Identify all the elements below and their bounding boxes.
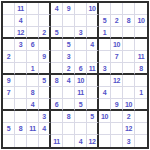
cell-r9c7[interactable]: 5 — [75, 99, 87, 111]
cell-r8c1[interactable]: 7 — [3, 87, 15, 99]
cell-r10c5[interactable] — [51, 111, 63, 123]
cell-r1c5[interactable]: 4 — [51, 3, 63, 15]
cell-r11c9[interactable] — [99, 123, 111, 135]
cell-r3c9[interactable]: 1 — [99, 27, 111, 39]
cell-r10c2[interactable] — [15, 111, 27, 123]
cell-r5c6[interactable]: 3 — [63, 51, 75, 63]
cell-r9c3[interactable]: 4 — [27, 99, 39, 111]
cell-r8c10[interactable] — [111, 87, 123, 99]
cell-r4c12[interactable] — [135, 39, 147, 51]
cell-r12c5[interactable]: 11 — [51, 135, 63, 147]
cell-r5c4[interactable]: 9 — [39, 51, 51, 63]
cell-r4c1[interactable] — [3, 39, 15, 51]
cell-r12c12[interactable] — [135, 135, 147, 147]
cell-r4c9[interactable] — [99, 39, 111, 51]
cell-r9c9[interactable] — [99, 99, 111, 111]
sudoku-board: 1149104528101225313654102937111261138958… — [1, 1, 149, 149]
cell-r12c2[interactable] — [15, 135, 27, 147]
cell-r3c8[interactable] — [87, 27, 99, 39]
cell-r9c8[interactable] — [87, 99, 99, 111]
cell-r9c6[interactable] — [63, 99, 75, 111]
cell-r7c10[interactable]: 12 — [111, 75, 123, 87]
cell-r5c12[interactable]: 11 — [135, 51, 147, 63]
cell-r1c11[interactable] — [123, 3, 135, 15]
cell-r6c11[interactable] — [123, 63, 135, 75]
cell-r1c4[interactable] — [39, 3, 51, 15]
cell-r12c10[interactable] — [111, 135, 123, 147]
cell-r2c2[interactable]: 4 — [15, 15, 27, 27]
cell-r4c8[interactable]: 4 — [87, 39, 99, 51]
cell-r7c5[interactable]: 8 — [51, 75, 63, 87]
cell-r1c10[interactable] — [111, 3, 123, 15]
cell-r4c2[interactable]: 3 — [15, 39, 27, 51]
cell-r12c8[interactable]: 12 — [87, 135, 99, 147]
cell-r10c12[interactable] — [135, 111, 147, 123]
cell-r4c7[interactable] — [75, 39, 87, 51]
cell-r12c1[interactable] — [3, 135, 15, 147]
cell-r11c2[interactable]: 8 — [15, 123, 27, 135]
cell-r5c8[interactable] — [87, 51, 99, 63]
cell-r6c3[interactable]: 1 — [27, 63, 39, 75]
cell-r6c7[interactable]: 6 — [75, 63, 87, 75]
cell-r7c1[interactable]: 9 — [3, 75, 15, 87]
cell-r10c11[interactable]: 2 — [123, 111, 135, 123]
cell-r11c7[interactable] — [75, 123, 87, 135]
cell-r7c3[interactable] — [27, 75, 39, 87]
cell-r8c11[interactable] — [123, 87, 135, 99]
cell-r6c10[interactable] — [111, 63, 123, 75]
cell-r1c6[interactable]: 9 — [63, 3, 75, 15]
cell-r2c7[interactable] — [75, 15, 87, 27]
cell-r8c3[interactable]: 8 — [27, 87, 39, 99]
cell-r1c9[interactable] — [99, 3, 111, 15]
cell-r12c7[interactable]: 4 — [75, 135, 87, 147]
cell-r3c12[interactable] — [135, 27, 147, 39]
cell-r1c2[interactable]: 11 — [15, 3, 27, 15]
cell-r11c3[interactable]: 11 — [27, 123, 39, 135]
cell-r5c3[interactable] — [27, 51, 39, 63]
cell-r2c5[interactable] — [51, 15, 63, 27]
cell-r3c2[interactable]: 12 — [15, 27, 27, 39]
cell-r10c9[interactable]: 10 — [99, 111, 111, 123]
cell-r3c11[interactable] — [123, 27, 135, 39]
cell-r2c8[interactable] — [87, 15, 99, 27]
cell-r5c1[interactable]: 2 — [3, 51, 15, 63]
cell-r1c3[interactable] — [27, 3, 39, 15]
cell-r4c4[interactable] — [39, 39, 51, 51]
cell-r2c9[interactable]: 5 — [99, 15, 111, 27]
cell-r3c3[interactable] — [27, 27, 39, 39]
cell-r2c12[interactable]: 10 — [135, 15, 147, 27]
cell-r3c5[interactable]: 5 — [51, 27, 63, 39]
cell-r7c12[interactable] — [135, 75, 147, 87]
cell-r4c5[interactable] — [51, 39, 63, 51]
cell-r5c11[interactable] — [123, 51, 135, 63]
cell-r7c11[interactable] — [123, 75, 135, 87]
cell-r9c11[interactable]: 10 — [123, 99, 135, 111]
cell-r8c6[interactable] — [63, 87, 75, 99]
cell-r10c3[interactable] — [27, 111, 39, 123]
cell-r9c12[interactable] — [135, 99, 147, 111]
cell-r8c8[interactable] — [87, 87, 99, 99]
cell-r9c10[interactable]: 9 — [111, 99, 123, 111]
cell-r6c4[interactable] — [39, 63, 51, 75]
cell-r6c5[interactable] — [51, 63, 63, 75]
cell-r12c4[interactable] — [39, 135, 51, 147]
cell-r5c9[interactable] — [99, 51, 111, 63]
cell-r10c1[interactable] — [3, 111, 15, 123]
cell-r10c6[interactable]: 8 — [63, 111, 75, 123]
cell-r8c4[interactable] — [39, 87, 51, 99]
cell-r2c6[interactable] — [63, 15, 75, 27]
cell-r5c7[interactable] — [75, 51, 87, 63]
cell-r2c3[interactable] — [27, 15, 39, 27]
cell-r10c8[interactable]: 5 — [87, 111, 99, 123]
cell-r7c8[interactable] — [87, 75, 99, 87]
cell-r2c11[interactable]: 8 — [123, 15, 135, 27]
cell-r1c1[interactable] — [3, 3, 15, 15]
cell-r3c1[interactable] — [3, 27, 15, 39]
cell-r5c2[interactable] — [15, 51, 27, 63]
cell-r5c5[interactable] — [51, 51, 63, 63]
cell-r1c12[interactable] — [135, 3, 147, 15]
cell-r3c4[interactable]: 2 — [39, 27, 51, 39]
cell-r9c2[interactable] — [15, 99, 27, 111]
cell-r3c10[interactable] — [111, 27, 123, 39]
cell-r12c6[interactable] — [63, 135, 75, 147]
cell-r11c12[interactable] — [135, 123, 147, 135]
cell-r6c1[interactable] — [3, 63, 15, 75]
cell-r4c3[interactable]: 6 — [27, 39, 39, 51]
cell-r11c11[interactable]: 12 — [123, 123, 135, 135]
cell-r5c10[interactable]: 7 — [111, 51, 123, 63]
cell-r2c4[interactable] — [39, 15, 51, 27]
cell-r3c7[interactable]: 3 — [75, 27, 87, 39]
cell-r6c9[interactable]: 3 — [99, 63, 111, 75]
cell-r9c1[interactable] — [3, 99, 15, 111]
cell-r4c11[interactable] — [123, 39, 135, 51]
cell-r11c4[interactable]: 4 — [39, 123, 51, 135]
cell-r6c8[interactable]: 11 — [87, 63, 99, 75]
cell-r8c12[interactable]: 1 — [135, 87, 147, 99]
cell-r3c6[interactable] — [63, 27, 75, 39]
cell-r11c8[interactable] — [87, 123, 99, 135]
cell-r11c6[interactable] — [63, 123, 75, 135]
cell-r10c10[interactable] — [111, 111, 123, 123]
cell-r12c11[interactable]: 3 — [123, 135, 135, 147]
cell-r6c6[interactable]: 2 — [63, 63, 75, 75]
cell-r8c5[interactable] — [51, 87, 63, 99]
cell-r10c7[interactable] — [75, 111, 87, 123]
cell-r8c9[interactable]: 4 — [99, 87, 111, 99]
cell-r7c7[interactable]: 10 — [75, 75, 87, 87]
cell-r4c6[interactable]: 5 — [63, 39, 75, 51]
cell-r10c4[interactable]: 3 — [39, 111, 51, 123]
cell-r11c1[interactable]: 5 — [3, 123, 15, 135]
cell-r9c4[interactable] — [39, 99, 51, 111]
cell-r1c8[interactable]: 10 — [87, 3, 99, 15]
cell-r7c9[interactable] — [99, 75, 111, 87]
cell-r8c2[interactable] — [15, 87, 27, 99]
cell-r7c4[interactable]: 5 — [39, 75, 51, 87]
cell-r1c7[interactable] — [75, 3, 87, 15]
cell-r7c6[interactable]: 4 — [63, 75, 75, 87]
cell-r4c10[interactable]: 10 — [111, 39, 123, 51]
cell-r2c10[interactable]: 2 — [111, 15, 123, 27]
cell-r6c2[interactable] — [15, 63, 27, 75]
cell-r8c7[interactable]: 11 — [75, 87, 87, 99]
cell-r11c5[interactable] — [51, 123, 63, 135]
cell-r9c5[interactable]: 6 — [51, 99, 63, 111]
cell-r11c10[interactable] — [111, 123, 123, 135]
cell-r12c3[interactable] — [27, 135, 39, 147]
cell-r2c1[interactable] — [3, 15, 15, 27]
cell-r12c9[interactable] — [99, 135, 111, 147]
cell-r6c12[interactable]: 8 — [135, 63, 147, 75]
cell-r7c2[interactable] — [15, 75, 27, 87]
